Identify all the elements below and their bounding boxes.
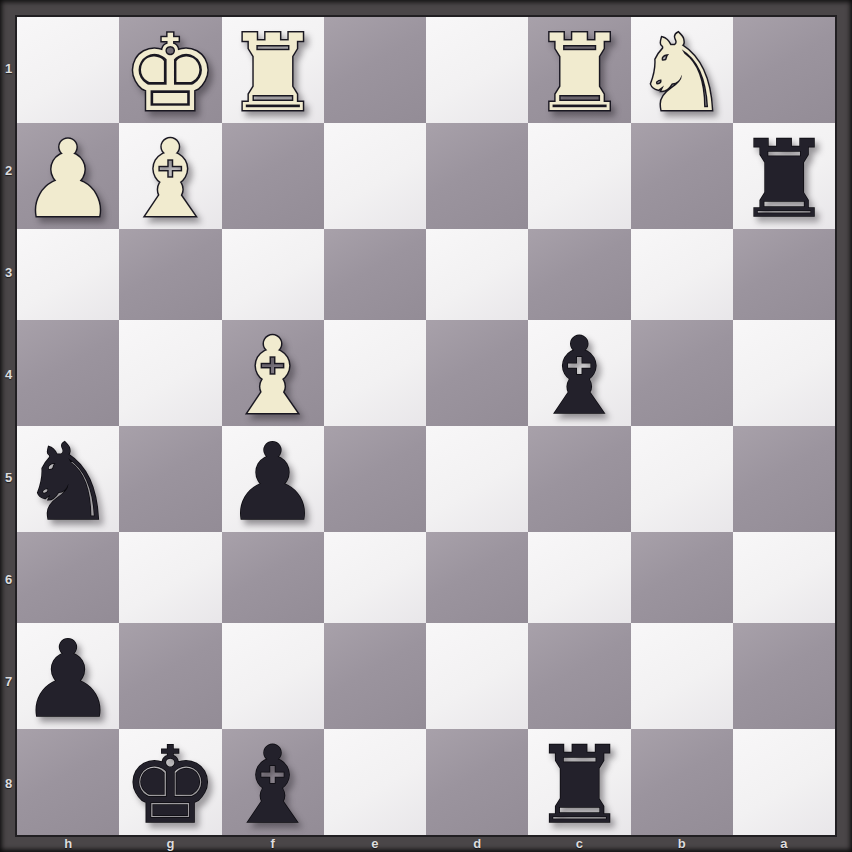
square-f6[interactable] bbox=[222, 532, 324, 623]
square-g5[interactable] bbox=[119, 426, 221, 532]
square-a2[interactable]: ♜ bbox=[733, 123, 835, 229]
piece-white-king[interactable]: ♚ bbox=[123, 21, 218, 127]
piece-white-bishop[interactable]: ♝ bbox=[225, 324, 320, 430]
rank-labels: 12345678 bbox=[0, 17, 17, 835]
square-f4[interactable]: ♝ bbox=[222, 320, 324, 426]
square-c7[interactable] bbox=[528, 623, 630, 729]
square-a8[interactable] bbox=[733, 729, 835, 835]
square-d7[interactable] bbox=[426, 623, 528, 729]
chess-board: ♚♜♜♞♟♝♜♝♝♞♟♟♚♝♜ bbox=[17, 17, 835, 835]
square-g2[interactable]: ♝ bbox=[119, 123, 221, 229]
piece-black-rook[interactable]: ♜ bbox=[736, 127, 831, 233]
square-f8[interactable]: ♝ bbox=[222, 729, 324, 835]
square-b6[interactable] bbox=[631, 532, 733, 623]
piece-black-bishop[interactable]: ♝ bbox=[532, 324, 627, 430]
square-c2[interactable] bbox=[528, 123, 630, 229]
square-c5[interactable] bbox=[528, 426, 630, 532]
square-f5[interactable]: ♟ bbox=[222, 426, 324, 532]
square-h3[interactable] bbox=[17, 229, 119, 320]
square-f3[interactable] bbox=[222, 229, 324, 320]
piece-black-bishop[interactable]: ♝ bbox=[225, 733, 320, 839]
rank-label-2: 2 bbox=[0, 119, 17, 221]
square-a5[interactable] bbox=[733, 426, 835, 532]
square-g7[interactable] bbox=[119, 623, 221, 729]
rank-label-5: 5 bbox=[0, 426, 17, 528]
square-e7[interactable] bbox=[324, 623, 426, 729]
file-label-d: d bbox=[426, 834, 528, 852]
rank-label-4: 4 bbox=[0, 324, 17, 426]
file-label-e: e bbox=[324, 834, 426, 852]
piece-black-knight[interactable]: ♞ bbox=[21, 430, 116, 536]
square-d4[interactable] bbox=[426, 320, 528, 426]
piece-white-rook[interactable]: ♜ bbox=[225, 21, 320, 127]
rank-label-6: 6 bbox=[0, 528, 17, 630]
file-label-g: g bbox=[119, 834, 221, 852]
square-f1[interactable]: ♜ bbox=[222, 17, 324, 123]
square-g8[interactable]: ♚ bbox=[119, 729, 221, 835]
square-c6[interactable] bbox=[528, 532, 630, 623]
square-g4[interactable] bbox=[119, 320, 221, 426]
file-label-a: a bbox=[733, 834, 835, 852]
file-label-c: c bbox=[528, 834, 630, 852]
square-b5[interactable] bbox=[631, 426, 733, 532]
square-h4[interactable] bbox=[17, 320, 119, 426]
square-h2[interactable]: ♟ bbox=[17, 123, 119, 229]
square-a3[interactable] bbox=[733, 229, 835, 320]
square-a1[interactable] bbox=[733, 17, 835, 123]
file-label-h: h bbox=[17, 834, 119, 852]
piece-white-bishop[interactable]: ♝ bbox=[123, 127, 218, 233]
square-d3[interactable] bbox=[426, 229, 528, 320]
square-h8[interactable] bbox=[17, 729, 119, 835]
square-c1[interactable]: ♜ bbox=[528, 17, 630, 123]
square-a6[interactable] bbox=[733, 532, 835, 623]
square-e1[interactable] bbox=[324, 17, 426, 123]
square-e4[interactable] bbox=[324, 320, 426, 426]
square-d6[interactable] bbox=[426, 532, 528, 623]
piece-black-pawn[interactable]: ♟ bbox=[225, 430, 320, 536]
square-b2[interactable] bbox=[631, 123, 733, 229]
square-c8[interactable]: ♜ bbox=[528, 729, 630, 835]
piece-black-king[interactable]: ♚ bbox=[123, 733, 218, 839]
square-e5[interactable] bbox=[324, 426, 426, 532]
square-g1[interactable]: ♚ bbox=[119, 17, 221, 123]
square-g3[interactable] bbox=[119, 229, 221, 320]
file-labels: hgfedcba bbox=[17, 834, 835, 852]
rank-label-3: 3 bbox=[0, 222, 17, 324]
square-c4[interactable]: ♝ bbox=[528, 320, 630, 426]
square-c3[interactable] bbox=[528, 229, 630, 320]
square-b1[interactable]: ♞ bbox=[631, 17, 733, 123]
rank-label-8: 8 bbox=[0, 733, 17, 835]
square-f7[interactable] bbox=[222, 623, 324, 729]
file-label-f: f bbox=[222, 834, 324, 852]
square-d5[interactable] bbox=[426, 426, 528, 532]
square-e3[interactable] bbox=[324, 229, 426, 320]
square-f2[interactable] bbox=[222, 123, 324, 229]
square-h5[interactable]: ♞ bbox=[17, 426, 119, 532]
square-e8[interactable] bbox=[324, 729, 426, 835]
square-g6[interactable] bbox=[119, 532, 221, 623]
board-frame: 12345678 ♚♜♜♞♟♝♜♝♝♞♟♟♚♝♜ hgfedcba bbox=[0, 0, 852, 852]
square-a7[interactable] bbox=[733, 623, 835, 729]
square-h7[interactable]: ♟ bbox=[17, 623, 119, 729]
rank-label-1: 1 bbox=[0, 17, 17, 119]
square-d8[interactable] bbox=[426, 729, 528, 835]
rank-label-7: 7 bbox=[0, 631, 17, 733]
piece-black-pawn[interactable]: ♟ bbox=[21, 627, 116, 733]
piece-black-rook[interactable]: ♜ bbox=[532, 733, 627, 839]
square-d1[interactable] bbox=[426, 17, 528, 123]
piece-white-knight[interactable]: ♞ bbox=[634, 21, 729, 127]
piece-white-rook[interactable]: ♜ bbox=[532, 21, 627, 127]
square-b4[interactable] bbox=[631, 320, 733, 426]
square-d2[interactable] bbox=[426, 123, 528, 229]
square-b8[interactable] bbox=[631, 729, 733, 835]
square-e6[interactable] bbox=[324, 532, 426, 623]
square-h1[interactable] bbox=[17, 17, 119, 123]
square-e2[interactable] bbox=[324, 123, 426, 229]
square-a4[interactable] bbox=[733, 320, 835, 426]
square-b7[interactable] bbox=[631, 623, 733, 729]
file-label-b: b bbox=[631, 834, 733, 852]
square-b3[interactable] bbox=[631, 229, 733, 320]
piece-white-pawn[interactable]: ♟ bbox=[21, 127, 116, 233]
square-h6[interactable] bbox=[17, 532, 119, 623]
